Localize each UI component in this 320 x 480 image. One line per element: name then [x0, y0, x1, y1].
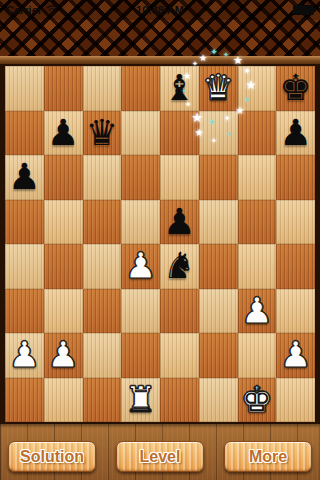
square-f5[interactable] — [199, 200, 238, 245]
square-a6[interactable]: ♟ — [5, 155, 44, 200]
square-a5[interactable] — [5, 200, 44, 245]
square-d7[interactable] — [121, 111, 160, 156]
square-c2[interactable] — [83, 333, 122, 378]
square-h8[interactable]: ♚ — [276, 66, 315, 111]
piece-black-pawn: ♟ — [8, 159, 40, 195]
square-g1[interactable]: ♚ — [238, 378, 277, 423]
square-e2[interactable] — [160, 333, 199, 378]
square-g5[interactable] — [238, 200, 277, 245]
square-h2[interactable]: ♟ — [276, 333, 315, 378]
square-g6[interactable] — [238, 155, 277, 200]
piece-white-pawn: ♟ — [47, 337, 79, 373]
piece-black-knight: ♞ — [163, 248, 195, 284]
square-f6[interactable] — [199, 155, 238, 200]
square-g3[interactable]: ♟ — [238, 289, 277, 334]
piece-black-queen: ♛ — [86, 115, 118, 151]
square-d8[interactable] — [121, 66, 160, 111]
piece-black-king: ♚ — [279, 70, 311, 106]
carrier-label: Carrier — [6, 4, 42, 16]
square-b7[interactable]: ♟ — [44, 111, 83, 156]
square-a4[interactable] — [5, 244, 44, 289]
wood-beam — [0, 56, 320, 64]
square-b2[interactable]: ♟ — [44, 333, 83, 378]
level-button[interactable]: Level — [116, 441, 204, 472]
piece-white-pawn: ♟ — [124, 248, 156, 284]
square-d5[interactable] — [121, 200, 160, 245]
square-g8[interactable] — [238, 66, 277, 111]
square-d3[interactable] — [121, 289, 160, 334]
piece-black-bishop: ♝ — [163, 70, 195, 106]
square-h6[interactable] — [276, 155, 315, 200]
solution-button[interactable]: Solution — [8, 441, 96, 472]
square-e4[interactable]: ♞ — [160, 244, 199, 289]
piece-white-pawn: ♟ — [279, 337, 311, 373]
square-b5[interactable] — [44, 200, 83, 245]
wifi-icon — [46, 5, 59, 15]
square-h3[interactable] — [276, 289, 315, 334]
square-d6[interactable] — [121, 155, 160, 200]
square-g2[interactable] — [238, 333, 277, 378]
square-h7[interactable]: ♟ — [276, 111, 315, 156]
square-d2[interactable] — [121, 333, 160, 378]
square-c1[interactable] — [83, 378, 122, 423]
app-screen: 10:38 AM Carrier ♝♛♚♟♛♟♟♟♟♞♟♟♟♟♜♚ ✦★✦★✦★… — [0, 0, 320, 480]
square-f2[interactable] — [199, 333, 238, 378]
square-c4[interactable] — [83, 244, 122, 289]
button-row: Solution Level More — [0, 441, 320, 471]
square-b3[interactable] — [44, 289, 83, 334]
square-e1[interactable] — [160, 378, 199, 423]
chess-board: ♝♛♚♟♛♟♟♟♟♞♟♟♟♟♜♚ — [5, 66, 315, 422]
square-e7[interactable] — [160, 111, 199, 156]
more-button[interactable]: More — [224, 441, 312, 472]
square-f7[interactable] — [199, 111, 238, 156]
square-h1[interactable] — [276, 378, 315, 423]
square-a1[interactable] — [5, 378, 44, 423]
battery-icon — [293, 5, 314, 15]
piece-white-queen: ♛ — [202, 70, 234, 106]
square-b4[interactable] — [44, 244, 83, 289]
square-d1[interactable]: ♜ — [121, 378, 160, 423]
square-c6[interactable] — [83, 155, 122, 200]
status-bar: 10:38 AM Carrier — [0, 0, 320, 20]
piece-black-pawn: ♟ — [163, 204, 195, 240]
chess-board-frame: ♝♛♚♟♛♟♟♟♟♞♟♟♟♟♜♚ — [0, 64, 320, 424]
piece-white-king: ♚ — [241, 382, 273, 418]
square-c8[interactable] — [83, 66, 122, 111]
square-a7[interactable] — [5, 111, 44, 156]
piece-white-pawn: ♟ — [241, 293, 273, 329]
square-h4[interactable] — [276, 244, 315, 289]
square-e6[interactable] — [160, 155, 199, 200]
square-a2[interactable]: ♟ — [5, 333, 44, 378]
square-b1[interactable] — [44, 378, 83, 423]
square-g4[interactable] — [238, 244, 277, 289]
square-f3[interactable] — [199, 289, 238, 334]
square-f1[interactable] — [199, 378, 238, 423]
piece-black-pawn: ♟ — [279, 115, 311, 151]
piece-black-pawn: ♟ — [47, 115, 79, 151]
square-e8[interactable]: ♝ — [160, 66, 199, 111]
piece-white-rook: ♜ — [124, 382, 156, 418]
square-c5[interactable] — [83, 200, 122, 245]
square-a3[interactable] — [5, 289, 44, 334]
square-e5[interactable]: ♟ — [160, 200, 199, 245]
square-e3[interactable] — [160, 289, 199, 334]
square-f4[interactable] — [199, 244, 238, 289]
square-a8[interactable] — [5, 66, 44, 111]
square-b6[interactable] — [44, 155, 83, 200]
square-g7[interactable] — [238, 111, 277, 156]
piece-white-pawn: ♟ — [8, 337, 40, 373]
square-d4[interactable]: ♟ — [121, 244, 160, 289]
square-f8[interactable]: ♛ — [199, 66, 238, 111]
square-h5[interactable] — [276, 200, 315, 245]
square-b8[interactable] — [44, 66, 83, 111]
square-c3[interactable] — [83, 289, 122, 334]
square-c7[interactable]: ♛ — [83, 111, 122, 156]
